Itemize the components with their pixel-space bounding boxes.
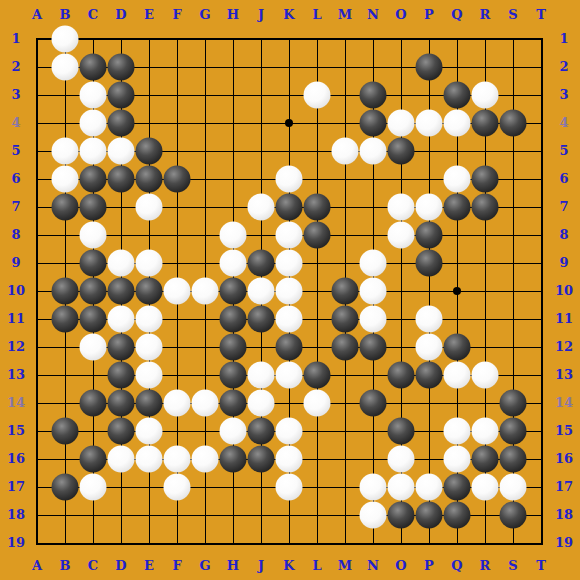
stone-black xyxy=(80,250,107,277)
row-label-left-9: 9 xyxy=(11,256,20,270)
stone-white xyxy=(52,54,79,81)
stone-white xyxy=(360,278,387,305)
row-label-right-16: 16 xyxy=(555,452,573,466)
stone-white xyxy=(164,390,191,417)
column-label-top-M: M xyxy=(338,8,352,22)
column-label-top-H: H xyxy=(227,8,239,22)
stone-black xyxy=(360,82,387,109)
stone-black xyxy=(80,390,107,417)
row-label-left-3: 3 xyxy=(11,88,20,102)
stone-white xyxy=(416,334,443,361)
stone-black xyxy=(52,474,79,501)
column-label-bottom-T: T xyxy=(536,559,546,573)
stone-white xyxy=(416,194,443,221)
column-label-bottom-J: J xyxy=(258,559,264,573)
column-label-top-Q: Q xyxy=(451,8,462,22)
stone-white xyxy=(388,110,415,137)
stone-black xyxy=(108,390,135,417)
stone-black xyxy=(472,110,499,137)
stone-black xyxy=(136,278,163,305)
stone-black xyxy=(136,138,163,165)
stone-black xyxy=(80,54,107,81)
row-label-right-9: 9 xyxy=(559,256,568,270)
stone-white xyxy=(472,474,499,501)
row-label-right-11: 11 xyxy=(555,312,573,326)
stone-white xyxy=(164,446,191,473)
stone-black xyxy=(388,502,415,529)
column-label-top-A: A xyxy=(32,8,42,22)
stone-white xyxy=(332,138,359,165)
stone-white xyxy=(192,390,219,417)
stone-white xyxy=(248,362,275,389)
row-label-right-15: 15 xyxy=(555,424,573,438)
column-label-top-O: O xyxy=(395,8,406,22)
column-label-top-G: G xyxy=(199,8,210,22)
stone-white xyxy=(136,194,163,221)
stone-white xyxy=(276,166,303,193)
stone-white xyxy=(108,138,135,165)
row-label-right-10: 10 xyxy=(555,284,573,298)
stone-black xyxy=(220,334,247,361)
stone-black xyxy=(108,418,135,445)
stone-black xyxy=(472,166,499,193)
stone-white xyxy=(360,138,387,165)
stone-white xyxy=(136,418,163,445)
stone-white xyxy=(248,278,275,305)
stone-white xyxy=(52,26,79,53)
stone-black xyxy=(416,222,443,249)
stone-white xyxy=(108,306,135,333)
column-label-bottom-A: A xyxy=(32,559,42,573)
stone-white xyxy=(304,390,331,417)
stone-black xyxy=(444,334,471,361)
stone-black xyxy=(416,54,443,81)
stone-black xyxy=(360,390,387,417)
stone-white xyxy=(80,138,107,165)
row-label-right-1: 1 xyxy=(559,32,568,46)
stone-white xyxy=(276,278,303,305)
stone-white xyxy=(80,474,107,501)
row-label-right-19: 19 xyxy=(555,536,573,550)
stone-white xyxy=(276,306,303,333)
stone-white xyxy=(164,474,191,501)
row-label-left-19: 19 xyxy=(7,536,25,550)
row-label-left-15: 15 xyxy=(7,424,25,438)
stone-black xyxy=(52,194,79,221)
row-label-left-16: 16 xyxy=(7,452,25,466)
column-label-top-C: C xyxy=(88,8,98,22)
row-label-right-2: 2 xyxy=(559,60,568,74)
column-label-top-F: F xyxy=(172,8,181,22)
stone-black xyxy=(360,110,387,137)
stone-white xyxy=(276,222,303,249)
stone-white xyxy=(472,82,499,109)
stone-white xyxy=(416,474,443,501)
stone-white xyxy=(444,362,471,389)
stone-white xyxy=(444,110,471,137)
stone-black xyxy=(388,138,415,165)
stone-black xyxy=(52,418,79,445)
stone-white xyxy=(80,110,107,137)
stone-white xyxy=(500,474,527,501)
row-label-left-8: 8 xyxy=(11,228,20,242)
stone-black xyxy=(248,250,275,277)
stone-white xyxy=(360,502,387,529)
stone-black xyxy=(304,362,331,389)
stone-black xyxy=(108,110,135,137)
stone-black xyxy=(108,54,135,81)
column-label-bottom-E: E xyxy=(144,559,154,573)
stone-black xyxy=(80,446,107,473)
column-label-bottom-Q: Q xyxy=(451,559,462,573)
stone-black xyxy=(108,278,135,305)
stone-white xyxy=(444,166,471,193)
stone-black xyxy=(444,502,471,529)
row-label-right-8: 8 xyxy=(559,228,568,242)
stone-white xyxy=(444,446,471,473)
stone-black xyxy=(500,446,527,473)
stone-white xyxy=(192,446,219,473)
column-label-bottom-L: L xyxy=(312,559,321,573)
stone-white xyxy=(136,362,163,389)
column-label-top-S: S xyxy=(508,8,517,22)
stone-black xyxy=(108,166,135,193)
stone-black xyxy=(388,362,415,389)
stone-black xyxy=(220,390,247,417)
stone-white xyxy=(52,138,79,165)
stone-white xyxy=(276,250,303,277)
stone-white xyxy=(388,474,415,501)
stone-white xyxy=(388,222,415,249)
stone-white xyxy=(164,278,191,305)
stone-black xyxy=(500,418,527,445)
column-label-top-K: K xyxy=(283,8,294,22)
column-label-bottom-B: B xyxy=(60,559,71,573)
stone-black xyxy=(472,194,499,221)
column-label-bottom-M: M xyxy=(338,559,352,573)
row-label-right-7: 7 xyxy=(559,200,568,214)
row-label-left-7: 7 xyxy=(11,200,20,214)
stone-white xyxy=(360,306,387,333)
stone-black xyxy=(500,390,527,417)
stone-white xyxy=(220,418,247,445)
row-label-left-1: 1 xyxy=(11,32,20,46)
column-label-top-L: L xyxy=(312,8,321,22)
stone-white xyxy=(136,446,163,473)
stone-white xyxy=(52,166,79,193)
stone-black xyxy=(416,362,443,389)
column-label-top-D: D xyxy=(115,8,126,22)
stone-white xyxy=(360,250,387,277)
stone-white xyxy=(136,250,163,277)
stone-black xyxy=(164,166,191,193)
column-label-top-N: N xyxy=(367,8,379,22)
stone-black xyxy=(52,278,79,305)
stone-black xyxy=(248,418,275,445)
row-label-right-6: 6 xyxy=(559,172,568,186)
stone-black xyxy=(276,334,303,361)
stone-black xyxy=(444,194,471,221)
stone-white xyxy=(220,222,247,249)
column-label-top-T: T xyxy=(536,8,546,22)
stone-black xyxy=(80,306,107,333)
stone-white xyxy=(388,194,415,221)
stone-black xyxy=(220,362,247,389)
stone-black xyxy=(80,194,107,221)
stone-white xyxy=(360,474,387,501)
column-label-bottom-O: O xyxy=(395,559,406,573)
stone-black xyxy=(416,502,443,529)
stone-black xyxy=(136,166,163,193)
stone-white xyxy=(444,418,471,445)
stone-black xyxy=(444,82,471,109)
stone-white xyxy=(388,446,415,473)
stone-black xyxy=(108,82,135,109)
stone-black xyxy=(332,278,359,305)
row-label-right-13: 13 xyxy=(555,368,573,382)
row-label-left-6: 6 xyxy=(11,172,20,186)
stone-white xyxy=(472,418,499,445)
stone-white xyxy=(192,278,219,305)
column-label-bottom-D: D xyxy=(115,559,126,573)
stone-white xyxy=(136,306,163,333)
stone-white xyxy=(248,390,275,417)
stone-black xyxy=(52,306,79,333)
stone-black xyxy=(80,278,107,305)
stone-white xyxy=(248,194,275,221)
stone-white xyxy=(80,222,107,249)
column-label-bottom-H: H xyxy=(227,559,239,573)
stone-black xyxy=(248,306,275,333)
stone-black xyxy=(472,446,499,473)
stone-white xyxy=(276,474,303,501)
stone-white xyxy=(416,306,443,333)
column-label-top-R: R xyxy=(480,8,491,22)
stone-white xyxy=(80,334,107,361)
stone-black xyxy=(416,250,443,277)
row-label-right-17: 17 xyxy=(555,480,573,494)
stone-black xyxy=(444,474,471,501)
stone-black xyxy=(304,194,331,221)
row-label-left-17: 17 xyxy=(7,480,25,494)
column-label-top-P: P xyxy=(424,8,434,22)
row-label-left-13: 13 xyxy=(7,368,25,382)
column-label-top-E: E xyxy=(144,8,154,22)
row-label-right-5: 5 xyxy=(559,144,568,158)
column-label-bottom-R: R xyxy=(480,559,491,573)
go-board: ABCDEFGHJKLMNOPQRST 12345678910111213141… xyxy=(0,0,580,580)
stone-black xyxy=(276,194,303,221)
row-label-left-14: 14 xyxy=(7,396,25,410)
row-label-left-11: 11 xyxy=(7,312,25,326)
column-label-bottom-C: C xyxy=(88,559,98,573)
stone-black xyxy=(332,334,359,361)
stone-white xyxy=(80,82,107,109)
row-label-left-5: 5 xyxy=(11,144,20,158)
star-point-K4 xyxy=(285,119,293,127)
stone-black xyxy=(80,166,107,193)
stone-black xyxy=(332,306,359,333)
column-label-bottom-G: G xyxy=(199,559,210,573)
row-label-left-2: 2 xyxy=(11,60,20,74)
column-label-top-J: J xyxy=(258,8,264,22)
row-label-left-4: 4 xyxy=(11,116,20,130)
stone-black xyxy=(360,334,387,361)
stone-black xyxy=(388,418,415,445)
star-point-Q10 xyxy=(453,287,461,295)
stone-black xyxy=(500,502,527,529)
stone-black xyxy=(500,110,527,137)
column-label-bottom-N: N xyxy=(367,559,379,573)
stone-white xyxy=(108,446,135,473)
stone-black xyxy=(220,446,247,473)
column-label-top-B: B xyxy=(60,8,71,22)
row-label-right-3: 3 xyxy=(559,88,568,102)
row-label-left-10: 10 xyxy=(7,284,25,298)
stone-white xyxy=(276,362,303,389)
stone-black xyxy=(248,446,275,473)
column-label-bottom-F: F xyxy=(172,559,181,573)
stone-white xyxy=(416,110,443,137)
stone-white xyxy=(136,334,163,361)
stone-black xyxy=(108,334,135,361)
row-label-right-12: 12 xyxy=(555,340,573,354)
stone-black xyxy=(304,222,331,249)
stone-black xyxy=(220,278,247,305)
stone-black xyxy=(108,362,135,389)
stone-black xyxy=(136,390,163,417)
row-label-left-18: 18 xyxy=(7,508,25,522)
stone-white xyxy=(276,418,303,445)
column-label-bottom-S: S xyxy=(508,559,517,573)
stone-white xyxy=(108,250,135,277)
row-label-right-4: 4 xyxy=(559,116,568,130)
stone-white xyxy=(220,250,247,277)
column-label-bottom-K: K xyxy=(283,559,294,573)
row-label-right-18: 18 xyxy=(555,508,573,522)
column-label-bottom-P: P xyxy=(424,559,434,573)
stone-white xyxy=(304,82,331,109)
stone-white xyxy=(276,446,303,473)
stone-black xyxy=(220,306,247,333)
stone-white xyxy=(472,362,499,389)
row-label-left-12: 12 xyxy=(7,340,25,354)
row-label-right-14: 14 xyxy=(555,396,573,410)
